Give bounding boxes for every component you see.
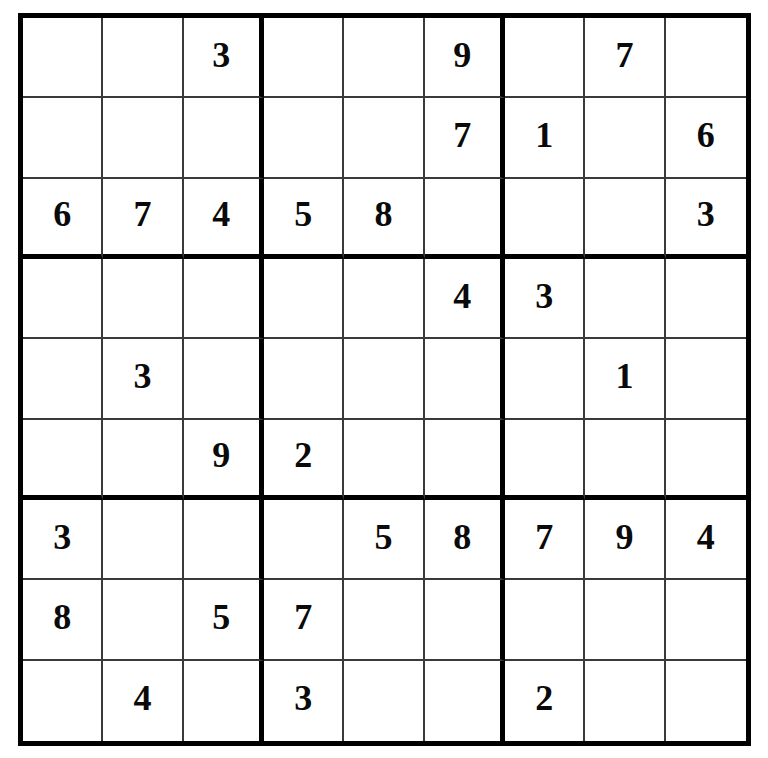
cell-r5c5[interactable]	[344, 339, 424, 419]
cell-r9c9[interactable]	[666, 661, 746, 741]
cell-r3c9[interactable]: 3	[666, 179, 746, 259]
cell-r5c6[interactable]	[425, 339, 505, 419]
cell-r6c3[interactable]: 9	[184, 420, 264, 500]
cell-r4c1[interactable]	[23, 259, 103, 339]
cell-r2c3[interactable]	[184, 98, 264, 178]
cell-r9c6[interactable]	[425, 661, 505, 741]
cell-r1c5[interactable]	[344, 18, 424, 98]
cell-r4c4[interactable]	[264, 259, 344, 339]
cell-r7c9[interactable]: 4	[666, 500, 746, 580]
cell-r4c8[interactable]	[585, 259, 665, 339]
cell-r5c8[interactable]: 1	[585, 339, 665, 419]
cell-r8c7[interactable]	[505, 580, 585, 660]
cell-r7c4[interactable]	[264, 500, 344, 580]
cell-r3c4[interactable]: 5	[264, 179, 344, 259]
cell-r7c7[interactable]: 7	[505, 500, 585, 580]
cell-r2c9[interactable]: 6	[666, 98, 746, 178]
cell-r3c2[interactable]: 7	[103, 179, 183, 259]
cell-r2c4[interactable]	[264, 98, 344, 178]
cell-r7c2[interactable]	[103, 500, 183, 580]
cell-r7c5[interactable]: 5	[344, 500, 424, 580]
cell-r9c7[interactable]: 2	[505, 661, 585, 741]
cell-r2c5[interactable]	[344, 98, 424, 178]
cell-r9c5[interactable]	[344, 661, 424, 741]
cell-r6c1[interactable]	[23, 420, 103, 500]
cell-r5c7[interactable]	[505, 339, 585, 419]
cell-r9c3[interactable]	[184, 661, 264, 741]
cell-r2c2[interactable]	[103, 98, 183, 178]
cell-r8c6[interactable]	[425, 580, 505, 660]
cell-r1c7[interactable]	[505, 18, 585, 98]
cell-r8c4[interactable]: 7	[264, 580, 344, 660]
cell-r6c5[interactable]	[344, 420, 424, 500]
cell-r4c2[interactable]	[103, 259, 183, 339]
cell-r1c6[interactable]: 9	[425, 18, 505, 98]
cell-r8c8[interactable]	[585, 580, 665, 660]
cell-r2c7[interactable]: 1	[505, 98, 585, 178]
cell-r2c8[interactable]	[585, 98, 665, 178]
cell-r6c4[interactable]: 2	[264, 420, 344, 500]
cell-r8c3[interactable]: 5	[184, 580, 264, 660]
cell-r8c5[interactable]	[344, 580, 424, 660]
cell-r2c1[interactable]	[23, 98, 103, 178]
cell-r4c5[interactable]	[344, 259, 424, 339]
cell-r6c7[interactable]	[505, 420, 585, 500]
cell-r5c1[interactable]	[23, 339, 103, 419]
cell-r9c8[interactable]	[585, 661, 665, 741]
cell-r5c2[interactable]: 3	[103, 339, 183, 419]
cell-r1c4[interactable]	[264, 18, 344, 98]
cell-r3c6[interactable]	[425, 179, 505, 259]
cell-r6c8[interactable]	[585, 420, 665, 500]
cell-r7c6[interactable]: 8	[425, 500, 505, 580]
cell-r5c4[interactable]	[264, 339, 344, 419]
cell-r3c7[interactable]	[505, 179, 585, 259]
cell-r4c6[interactable]: 4	[425, 259, 505, 339]
cell-r4c9[interactable]	[666, 259, 746, 339]
cell-r4c3[interactable]	[184, 259, 264, 339]
cell-r1c2[interactable]	[103, 18, 183, 98]
sudoku-board: 397716674583433192358794857432	[18, 13, 751, 746]
cell-r9c1[interactable]	[23, 661, 103, 741]
cell-r1c1[interactable]	[23, 18, 103, 98]
cell-r3c3[interactable]: 4	[184, 179, 264, 259]
cell-r1c8[interactable]: 7	[585, 18, 665, 98]
cell-r3c5[interactable]: 8	[344, 179, 424, 259]
cell-r3c1[interactable]: 6	[23, 179, 103, 259]
cell-r6c6[interactable]	[425, 420, 505, 500]
cell-r2c6[interactable]: 7	[425, 98, 505, 178]
cell-r1c3[interactable]: 3	[184, 18, 264, 98]
cell-r6c2[interactable]	[103, 420, 183, 500]
cell-r1c9[interactable]	[666, 18, 746, 98]
cell-r7c8[interactable]: 9	[585, 500, 665, 580]
cell-r8c2[interactable]	[103, 580, 183, 660]
cell-r3c8[interactable]	[585, 179, 665, 259]
cell-r6c9[interactable]	[666, 420, 746, 500]
cell-r9c2[interactable]: 4	[103, 661, 183, 741]
cell-r5c3[interactable]	[184, 339, 264, 419]
cell-r9c4[interactable]: 3	[264, 661, 344, 741]
cell-r5c9[interactable]	[666, 339, 746, 419]
cell-r7c1[interactable]: 3	[23, 500, 103, 580]
cell-r4c7[interactable]: 3	[505, 259, 585, 339]
cell-r8c1[interactable]: 8	[23, 580, 103, 660]
cell-r8c9[interactable]	[666, 580, 746, 660]
cell-r7c3[interactable]	[184, 500, 264, 580]
